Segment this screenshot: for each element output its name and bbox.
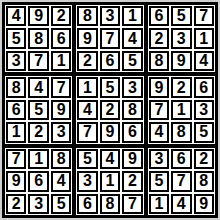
cell-r1c8[interactable]: 5 (171, 6, 191, 26)
cell-r2c9[interactable]: 1 (194, 28, 214, 48)
cell-r1c2[interactable]: 9 (28, 6, 48, 26)
cell-r6c3[interactable]: 3 (51, 122, 71, 142)
cell-r5c4[interactable]: 4 (77, 100, 97, 120)
cell-r4c3[interactable]: 7 (51, 77, 71, 97)
cell-r8c7[interactable]: 5 (149, 171, 169, 191)
cell-r6c1[interactable]: 1 (6, 122, 26, 142)
cell-r9c1[interactable]: 2 (6, 194, 26, 214)
box-1: 492586371 (5, 5, 72, 72)
cell-r1c1[interactable]: 4 (6, 6, 26, 26)
cell-r5c5[interactable]: 2 (100, 100, 120, 120)
box-8: 549312687 (76, 148, 143, 215)
cell-r2c6[interactable]: 4 (122, 28, 142, 48)
cell-r1c9[interactable]: 7 (194, 6, 214, 26)
cell-r5c9[interactable]: 3 (194, 100, 214, 120)
cell-r7c2[interactable]: 1 (28, 149, 48, 169)
cell-r5c6[interactable]: 8 (122, 100, 142, 120)
cell-r8c6[interactable]: 2 (122, 171, 142, 191)
cell-r7c9[interactable]: 2 (194, 149, 214, 169)
cell-r8c9[interactable]: 8 (194, 171, 214, 191)
cell-r7c7[interactable]: 3 (149, 149, 169, 169)
cell-r6c4[interactable]: 7 (77, 122, 97, 142)
cell-r5c1[interactable]: 6 (6, 100, 26, 120)
box-9: 362578149 (148, 148, 215, 215)
cell-r3c5[interactable]: 6 (100, 51, 120, 71)
cell-r6c5[interactable]: 9 (100, 122, 120, 142)
cell-r9c6[interactable]: 7 (122, 194, 142, 214)
box-6: 926713485 (148, 76, 215, 143)
cell-r8c2[interactable]: 6 (28, 171, 48, 191)
cell-r1c6[interactable]: 1 (122, 6, 142, 26)
cell-r1c5[interactable]: 3 (100, 6, 120, 26)
cell-r3c4[interactable]: 2 (77, 51, 97, 71)
box-7: 718964235 (5, 148, 72, 215)
box-2: 831974265 (76, 5, 143, 72)
cell-r3c3[interactable]: 1 (51, 51, 71, 71)
cell-r4c1[interactable]: 8 (6, 77, 26, 97)
cell-r4c2[interactable]: 4 (28, 77, 48, 97)
cell-r3c1[interactable]: 3 (6, 51, 26, 71)
cell-r8c5[interactable]: 1 (100, 171, 120, 191)
cell-r4c7[interactable]: 9 (149, 77, 169, 97)
cell-r8c4[interactable]: 3 (77, 171, 97, 191)
box-3: 657231894 (148, 5, 215, 72)
cell-r4c4[interactable]: 1 (77, 77, 97, 97)
cell-r2c5[interactable]: 7 (100, 28, 120, 48)
cell-r7c8[interactable]: 6 (171, 149, 191, 169)
cell-r5c3[interactable]: 9 (51, 100, 71, 120)
cell-r7c6[interactable]: 9 (122, 149, 142, 169)
cell-r7c4[interactable]: 5 (77, 149, 97, 169)
cell-r2c4[interactable]: 9 (77, 28, 97, 48)
cell-r1c4[interactable]: 8 (77, 6, 97, 26)
cell-r8c1[interactable]: 9 (6, 171, 26, 191)
cell-r9c9[interactable]: 9 (194, 194, 214, 214)
cell-r7c1[interactable]: 7 (6, 149, 26, 169)
cell-r9c4[interactable]: 6 (77, 194, 97, 214)
cell-r3c7[interactable]: 8 (149, 51, 169, 71)
cell-r8c8[interactable]: 7 (171, 171, 191, 191)
cell-r3c6[interactable]: 5 (122, 51, 142, 71)
cell-r4c9[interactable]: 6 (194, 77, 214, 97)
cell-r3c8[interactable]: 9 (171, 51, 191, 71)
cell-r9c3[interactable]: 5 (51, 194, 71, 214)
cell-r1c3[interactable]: 2 (51, 6, 71, 26)
cell-r2c7[interactable]: 2 (149, 28, 169, 48)
box-4: 847659123 (5, 76, 72, 143)
cell-r6c7[interactable]: 4 (149, 122, 169, 142)
box-5: 153428796 (76, 76, 143, 143)
cell-r4c8[interactable]: 2 (171, 77, 191, 97)
cell-r9c8[interactable]: 4 (171, 194, 191, 214)
cell-r3c2[interactable]: 7 (28, 51, 48, 71)
cell-r7c5[interactable]: 4 (100, 149, 120, 169)
cell-r5c8[interactable]: 1 (171, 100, 191, 120)
cell-r9c2[interactable]: 3 (28, 194, 48, 214)
cell-r9c7[interactable]: 1 (149, 194, 169, 214)
cell-r6c6[interactable]: 6 (122, 122, 142, 142)
cell-r2c8[interactable]: 3 (171, 28, 191, 48)
cell-r5c7[interactable]: 7 (149, 100, 169, 120)
cell-r6c2[interactable]: 2 (28, 122, 48, 142)
cell-r3c9[interactable]: 4 (194, 51, 214, 71)
cell-r4c5[interactable]: 5 (100, 77, 120, 97)
cell-r5c2[interactable]: 5 (28, 100, 48, 120)
cell-r1c7[interactable]: 6 (149, 6, 169, 26)
cell-r9c5[interactable]: 8 (100, 194, 120, 214)
sudoku-board: 4925863718319742656572318948476591231534… (2, 2, 218, 218)
cell-r8c3[interactable]: 4 (51, 171, 71, 191)
cell-r2c1[interactable]: 5 (6, 28, 26, 48)
cell-r6c8[interactable]: 8 (171, 122, 191, 142)
sudoku-image-frame: 4925863718319742656572318948476591231534… (0, 0, 220, 220)
cell-r4c6[interactable]: 3 (122, 77, 142, 97)
cell-r2c2[interactable]: 8 (28, 28, 48, 48)
cell-r6c9[interactable]: 5 (194, 122, 214, 142)
cell-r2c3[interactable]: 6 (51, 28, 71, 48)
cell-r7c3[interactable]: 8 (51, 149, 71, 169)
